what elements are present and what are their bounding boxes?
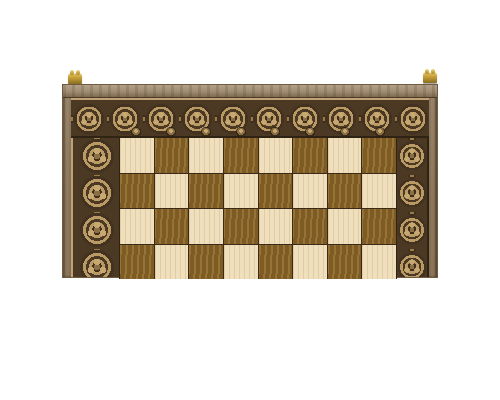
square-e5[interactable] xyxy=(259,245,293,280)
square-c8[interactable] xyxy=(189,138,223,173)
coordinate-medallion-a xyxy=(132,128,140,136)
square-b6[interactable] xyxy=(155,209,189,244)
square-c7[interactable] xyxy=(189,174,223,209)
square-h6[interactable] xyxy=(362,209,396,244)
square-d6[interactable] xyxy=(224,209,258,244)
square-d5[interactable] xyxy=(224,245,258,280)
square-a5[interactable] xyxy=(120,245,154,280)
coordinate-medallion-d xyxy=(237,128,245,136)
square-c6[interactable] xyxy=(189,209,223,244)
square-e6[interactable] xyxy=(259,209,293,244)
square-g5[interactable] xyxy=(328,245,362,280)
coordinate-medallion-e xyxy=(271,128,279,136)
square-e7[interactable] xyxy=(259,174,293,209)
square-g8[interactable] xyxy=(328,138,362,173)
square-f6[interactable] xyxy=(293,209,327,244)
square-b5[interactable] xyxy=(155,245,189,280)
square-a6[interactable] xyxy=(120,209,154,244)
square-g6[interactable] xyxy=(328,209,362,244)
photo-background xyxy=(0,0,500,400)
square-e8[interactable] xyxy=(259,138,293,173)
square-a7[interactable] xyxy=(120,174,154,209)
square-h8[interactable] xyxy=(362,138,396,173)
coordinate-medallion-h xyxy=(376,128,384,136)
hinge-right-icon xyxy=(423,72,437,83)
coordinate-medallion-f xyxy=(306,128,314,136)
coordinate-medallion-c xyxy=(202,128,210,136)
square-h7[interactable] xyxy=(362,174,396,209)
square-h5[interactable] xyxy=(362,245,396,280)
coordinate-medallions xyxy=(119,127,397,137)
carved-border-right xyxy=(395,138,429,277)
square-d8[interactable] xyxy=(224,138,258,173)
chessboard-grid[interactable] xyxy=(119,138,397,279)
square-b8[interactable] xyxy=(155,138,189,173)
square-f7[interactable] xyxy=(293,174,327,209)
square-f5[interactable] xyxy=(293,245,327,280)
board-top-edge xyxy=(63,85,437,98)
square-a8[interactable] xyxy=(120,138,154,173)
carved-border-left xyxy=(71,138,119,277)
square-f8[interactable] xyxy=(293,138,327,173)
square-d7[interactable] xyxy=(224,174,258,209)
coordinate-medallion-b xyxy=(167,128,175,136)
chess-box xyxy=(62,84,438,278)
square-c5[interactable] xyxy=(189,245,223,280)
hinge-left-icon xyxy=(68,73,82,84)
square-g7[interactable] xyxy=(328,174,362,209)
square-b7[interactable] xyxy=(155,174,189,209)
coordinate-medallion-g xyxy=(341,128,349,136)
